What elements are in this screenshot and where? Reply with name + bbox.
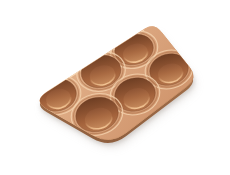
product-photo [0,0,230,175]
muffin-cups [29,26,197,141]
muffin-pan-illustration [0,0,230,175]
